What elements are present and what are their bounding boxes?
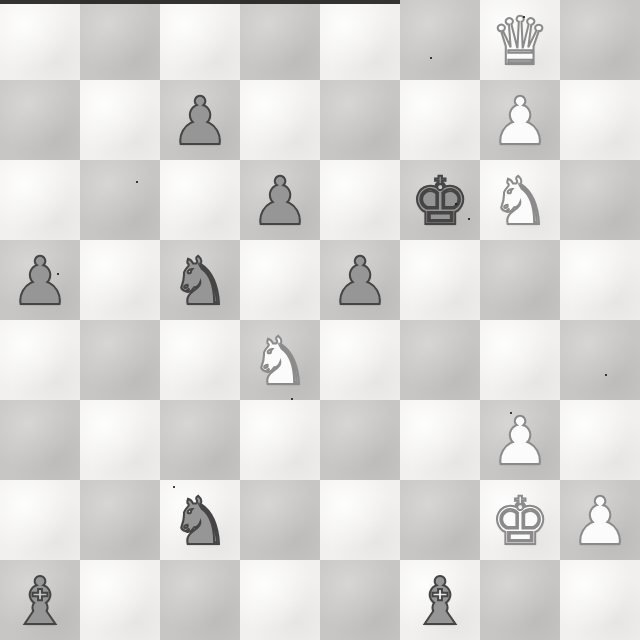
- black-bishop-icon: ♝: [10, 569, 69, 635]
- square-e5[interactable]: ♟: [320, 240, 400, 320]
- square-c2[interactable]: ♞: [160, 480, 240, 560]
- square-c4[interactable]: [160, 320, 240, 400]
- square-a5[interactable]: ♟: [0, 240, 80, 320]
- square-c1[interactable]: [160, 560, 240, 640]
- white-pawn-icon: ♟: [490, 409, 549, 475]
- chess-board-wrapper: ♛♟♟♟♚♞♟♞♟♞♟♞♚♟♝♝: [0, 0, 640, 640]
- square-a3[interactable]: [0, 400, 80, 480]
- square-h3[interactable]: [560, 400, 640, 480]
- square-g5[interactable]: [480, 240, 560, 320]
- square-h6[interactable]: [560, 160, 640, 240]
- square-h8[interactable]: [560, 0, 640, 80]
- square-e4[interactable]: [320, 320, 400, 400]
- square-e6[interactable]: [320, 160, 400, 240]
- square-e7[interactable]: [320, 80, 400, 160]
- chess-board: ♛♟♟♟♚♞♟♞♟♞♟♞♚♟♝♝: [0, 0, 640, 640]
- square-d1[interactable]: [240, 560, 320, 640]
- square-b3[interactable]: [80, 400, 160, 480]
- white-pawn-icon: ♟: [490, 89, 549, 155]
- square-g7[interactable]: ♟: [480, 80, 560, 160]
- square-b7[interactable]: [80, 80, 160, 160]
- square-g2[interactable]: ♚: [480, 480, 560, 560]
- square-h7[interactable]: [560, 80, 640, 160]
- white-pawn-icon: ♟: [570, 489, 629, 555]
- white-knight-icon: ♞: [250, 329, 309, 395]
- square-b8[interactable]: [80, 0, 160, 80]
- black-knight-icon: ♞: [170, 249, 229, 315]
- black-king-icon: ♚: [410, 169, 469, 235]
- square-e3[interactable]: [320, 400, 400, 480]
- square-f7[interactable]: [400, 80, 480, 160]
- square-d3[interactable]: [240, 400, 320, 480]
- square-f4[interactable]: [400, 320, 480, 400]
- square-f3[interactable]: [400, 400, 480, 480]
- square-c8[interactable]: [160, 0, 240, 80]
- square-d8[interactable]: [240, 0, 320, 80]
- square-a1[interactable]: ♝: [0, 560, 80, 640]
- square-c6[interactable]: [160, 160, 240, 240]
- square-c5[interactable]: ♞: [160, 240, 240, 320]
- square-g4[interactable]: [480, 320, 560, 400]
- square-a7[interactable]: [0, 80, 80, 160]
- square-h1[interactable]: [560, 560, 640, 640]
- square-h5[interactable]: [560, 240, 640, 320]
- square-g8[interactable]: ♛: [480, 0, 560, 80]
- black-pawn-icon: ♟: [170, 89, 229, 155]
- black-knight-icon: ♞: [170, 489, 229, 555]
- square-b4[interactable]: [80, 320, 160, 400]
- square-d2[interactable]: [240, 480, 320, 560]
- square-b6[interactable]: [80, 160, 160, 240]
- square-c7[interactable]: ♟: [160, 80, 240, 160]
- square-b1[interactable]: [80, 560, 160, 640]
- square-f8[interactable]: [400, 0, 480, 80]
- square-h2[interactable]: ♟: [560, 480, 640, 560]
- square-g6[interactable]: ♞: [480, 160, 560, 240]
- square-a4[interactable]: [0, 320, 80, 400]
- square-b5[interactable]: [80, 240, 160, 320]
- square-d7[interactable]: [240, 80, 320, 160]
- square-e2[interactable]: [320, 480, 400, 560]
- square-f1[interactable]: ♝: [400, 560, 480, 640]
- white-king-icon: ♚: [490, 489, 549, 555]
- square-h4[interactable]: [560, 320, 640, 400]
- black-pawn-icon: ♟: [330, 249, 389, 315]
- square-f5[interactable]: [400, 240, 480, 320]
- square-e1[interactable]: [320, 560, 400, 640]
- square-d6[interactable]: ♟: [240, 160, 320, 240]
- square-d4[interactable]: ♞: [240, 320, 320, 400]
- square-a6[interactable]: [0, 160, 80, 240]
- black-pawn-icon: ♟: [250, 169, 309, 235]
- square-g1[interactable]: [480, 560, 560, 640]
- square-c3[interactable]: [160, 400, 240, 480]
- black-bishop-icon: ♝: [410, 569, 469, 635]
- black-pawn-icon: ♟: [10, 249, 69, 315]
- square-a2[interactable]: [0, 480, 80, 560]
- square-b2[interactable]: [80, 480, 160, 560]
- square-f6[interactable]: ♚: [400, 160, 480, 240]
- white-knight-icon: ♞: [490, 169, 549, 235]
- square-e8[interactable]: [320, 0, 400, 80]
- square-g3[interactable]: ♟: [480, 400, 560, 480]
- square-a8[interactable]: [0, 0, 80, 80]
- white-queen-icon: ♛: [490, 9, 549, 75]
- square-f2[interactable]: [400, 480, 480, 560]
- square-d5[interactable]: [240, 240, 320, 320]
